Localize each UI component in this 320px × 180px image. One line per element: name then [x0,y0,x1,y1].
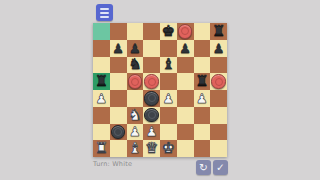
checker-ring [131,78,139,86]
square-d4[interactable] [143,90,160,107]
piece-black-bishop[interactable]: ♝ [162,57,175,72]
square-a4[interactable]: ♟ [93,90,110,107]
piece-white-pawn[interactable]: ♟ [96,92,108,105]
checker-ring [148,111,156,119]
checker-red[interactable] [211,74,226,89]
square-g6[interactable] [194,57,211,74]
square-b2[interactable] [110,124,127,141]
square-h3[interactable] [210,107,227,124]
square-f4[interactable] [177,90,194,107]
piece-white-king[interactable]: ♚ [162,141,175,156]
square-f5[interactable] [177,73,194,90]
square-b8[interactable] [110,23,127,40]
square-e1[interactable]: ♚ [160,140,177,157]
square-b5[interactable] [110,73,127,90]
square-d7[interactable] [143,40,160,57]
square-h8[interactable]: ♜ [210,23,227,40]
square-h6[interactable] [210,57,227,74]
square-e6[interactable]: ♝ [160,57,177,74]
checker-ring [215,78,223,86]
square-d8[interactable] [143,23,160,40]
checker-ring [148,94,156,102]
square-d5[interactable] [143,73,160,90]
square-e8[interactable]: ♚ [160,23,177,40]
square-b4[interactable] [110,90,127,107]
square-e5[interactable] [160,73,177,90]
square-e7[interactable] [160,40,177,57]
square-c8[interactable] [127,23,144,40]
checker-ring [114,128,122,136]
square-f7[interactable]: ♟ [177,40,194,57]
square-c1[interactable]: ♝ [127,140,144,157]
square-d1[interactable]: ♛ [143,140,160,157]
square-g3[interactable] [194,107,211,124]
piece-black-pawn[interactable]: ♟ [129,42,141,55]
reset-button[interactable]: ↻ [196,160,211,175]
piece-black-rook[interactable]: ♜ [195,74,208,89]
piece-white-queen[interactable]: ♛ [145,141,158,156]
square-f6[interactable] [177,57,194,74]
square-a7[interactable] [93,40,110,57]
piece-black-pawn[interactable]: ♟ [179,42,191,55]
piece-white-pawn[interactable]: ♟ [163,92,175,105]
app-screen: ♚♜♟♟♟♟♞♝♜♜♟♟♟♞♟♟♜♝♛♚ Turn: White ↻ ✓ [0,0,320,180]
square-h7[interactable]: ♟ [210,40,227,57]
checker-dark[interactable] [111,125,126,140]
square-d6[interactable] [143,57,160,74]
square-f1[interactable] [177,140,194,157]
square-a1[interactable]: ♜ [93,140,110,157]
square-f2[interactable] [177,124,194,141]
square-e3[interactable] [160,107,177,124]
checker-red[interactable] [144,74,159,89]
square-b7[interactable]: ♟ [110,40,127,57]
square-c3[interactable]: ♞ [127,107,144,124]
square-c6[interactable]: ♞ [127,57,144,74]
checkmark-icon: ✓ [216,162,225,173]
square-c4[interactable] [127,90,144,107]
square-a6[interactable] [93,57,110,74]
square-c5[interactable] [127,73,144,90]
square-e4[interactable]: ♟ [160,90,177,107]
piece-white-knight[interactable]: ♞ [128,108,141,123]
square-f3[interactable] [177,107,194,124]
square-f8[interactable] [177,23,194,40]
chess-board[interactable]: ♚♜♟♟♟♟♞♝♜♜♟♟♟♞♟♟♜♝♛♚ [93,23,227,157]
square-h2[interactable] [210,124,227,141]
piece-white-pawn[interactable]: ♟ [129,125,141,138]
piece-white-bishop[interactable]: ♝ [128,141,141,156]
square-b6[interactable] [110,57,127,74]
piece-black-knight[interactable]: ♞ [128,57,141,72]
square-g5[interactable]: ♜ [194,73,211,90]
checker-red[interactable] [178,24,193,39]
square-g1[interactable] [194,140,211,157]
square-a5[interactable]: ♜ [93,73,110,90]
square-g4[interactable]: ♟ [194,90,211,107]
checker-dark[interactable] [144,91,159,106]
square-h4[interactable] [210,90,227,107]
piece-black-rook[interactable]: ♜ [212,24,225,39]
checker-dark[interactable] [144,108,159,123]
square-a3[interactable] [93,107,110,124]
square-g8[interactable] [194,23,211,40]
square-c7[interactable]: ♟ [127,40,144,57]
checker-red[interactable] [128,74,143,89]
square-h1[interactable] [210,140,227,157]
piece-white-pawn[interactable]: ♟ [196,92,208,105]
square-c2[interactable]: ♟ [127,124,144,141]
piece-white-rook[interactable]: ♜ [95,141,108,156]
checker-ring [181,27,189,35]
square-b1[interactable] [110,140,127,157]
piece-white-pawn[interactable]: ♟ [146,125,158,138]
piece-black-pawn[interactable]: ♟ [112,42,124,55]
square-g2[interactable] [194,124,211,141]
piece-black-king[interactable]: ♚ [162,24,175,39]
square-a8[interactable] [93,23,110,40]
square-e2[interactable] [160,124,177,141]
square-b3[interactable] [110,107,127,124]
menu-button[interactable] [96,4,113,21]
checker-ring [148,78,156,86]
piece-black-pawn[interactable]: ♟ [213,42,225,55]
turn-indicator: Turn: White [93,160,132,168]
square-a2[interactable] [93,124,110,141]
square-d2[interactable]: ♟ [143,124,160,141]
refresh-icon: ↻ [199,162,208,173]
square-g7[interactable] [194,40,211,57]
square-d3[interactable] [143,107,160,124]
confirm-button[interactable]: ✓ [213,160,228,175]
hamburger-icon [100,8,109,10]
square-h5[interactable] [210,73,227,90]
piece-black-rook[interactable]: ♜ [95,74,108,89]
